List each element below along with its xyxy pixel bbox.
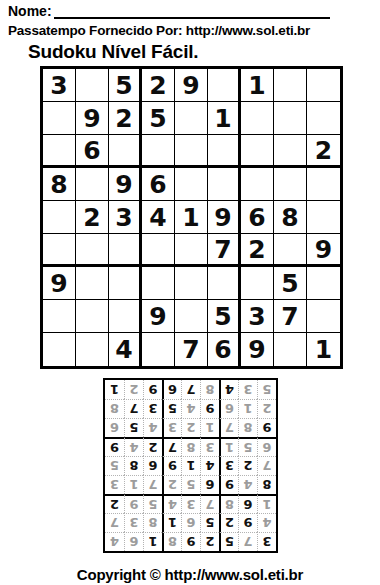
puzzle-cell-r1c3[interactable]: 5 [109, 69, 142, 102]
solution-cell-r8c1: 2 [257, 399, 276, 418]
puzzle-cell-r2c2[interactable]: 9 [76, 102, 109, 135]
solution-cell-r9c2: 3 [238, 380, 257, 399]
solution-cell-r4c5: 5 [181, 475, 200, 494]
puzzle-cell-r8c8[interactable]: 7 [274, 300, 307, 333]
solution-cell-r3c1: 1 [257, 494, 276, 513]
solution-cell-r1c4: 2 [200, 532, 219, 551]
solution-cell-r4c7: 7 [143, 475, 162, 494]
solution-cell-r1c7: 1 [143, 532, 162, 551]
puzzle-cell-r7c3[interactable] [109, 267, 142, 300]
puzzle-cell-r5c7[interactable]: 6 [241, 201, 274, 234]
puzzle-cell-r8c9[interactable] [307, 300, 340, 333]
puzzle-cell-r9c9[interactable]: 1 [307, 333, 340, 366]
solution-cell-r7c7: 4 [143, 418, 162, 437]
puzzle-cell-r6c6[interactable]: 7 [208, 234, 241, 267]
solution-cell-r4c4: 6 [200, 475, 219, 494]
sudoku-puzzle-grid[interactable]: 35291925162896234196872995953747691 [40, 66, 343, 369]
solution-cell-r9c8: 2 [124, 380, 143, 399]
solution-cell-r2c7: 8 [143, 513, 162, 532]
puzzle-cell-r8c1[interactable] [43, 300, 76, 333]
solution-cell-r9c6: 6 [162, 380, 181, 399]
solution-cell-r4c1: 8 [257, 475, 276, 494]
solution-cell-r8c7: 3 [143, 399, 162, 418]
puzzle-cell-r3c4[interactable] [142, 135, 175, 168]
solution-cell-r3c5: 3 [181, 494, 200, 513]
solution-cell-r6c4: 3 [200, 437, 219, 456]
solution-cell-r5c9: 5 [105, 456, 124, 475]
solution-cell-r3c6: 4 [162, 494, 181, 513]
solution-cell-r8c3: 6 [219, 399, 238, 418]
puzzle-cell-r5c3[interactable]: 3 [109, 201, 142, 234]
puzzle-cell-r6c9[interactable]: 9 [307, 234, 340, 267]
puzzle-cell-r5c1[interactable] [43, 201, 76, 234]
solution-cell-r8c5: 4 [181, 399, 200, 418]
puzzle-cell-r9c1[interactable] [43, 333, 76, 366]
solution-cell-r4c2: 4 [238, 475, 257, 494]
puzzle-cell-r3c5[interactable] [175, 135, 208, 168]
puzzle-cell-r2c9[interactable] [307, 102, 340, 135]
puzzle-cell-r2c8[interactable] [274, 102, 307, 135]
solution-cell-r2c2: 9 [238, 513, 257, 532]
solution-cell-r9c5: 7 [181, 380, 200, 399]
puzzle-cell-r9c5[interactable]: 7 [175, 333, 208, 366]
puzzle-cell-r9c8[interactable] [274, 333, 307, 366]
solution-cell-r6c5: 8 [181, 437, 200, 456]
solution-cell-r6c8: 4 [124, 437, 143, 456]
solution-cell-r3c8: 9 [124, 494, 143, 513]
puzzle-cell-r8c7[interactable]: 3 [241, 300, 274, 333]
puzzle-cell-r4c8[interactable] [274, 168, 307, 201]
solution-cell-r2c9: 7 [105, 513, 124, 532]
provided-by-text: Passatempo Fornecido Por: http://www.sol… [8, 23, 380, 38]
name-label: Nome: [8, 3, 52, 19]
puzzle-cell-r8c6[interactable]: 5 [208, 300, 241, 333]
puzzle-cell-r1c7[interactable]: 1 [241, 69, 274, 102]
puzzle-cell-r7c2[interactable] [76, 267, 109, 300]
solution-cell-r8c4: 9 [200, 399, 219, 418]
puzzle-cell-r2c5[interactable] [175, 102, 208, 135]
solution-cell-r6c6: 7 [162, 437, 181, 456]
puzzle-cell-r1c8[interactable] [274, 69, 307, 102]
puzzle-cell-r3c1[interactable] [43, 135, 76, 168]
solution-cell-r2c4: 5 [200, 513, 219, 532]
puzzle-cell-r4c2[interactable] [76, 168, 109, 201]
puzzle-cell-r4c7[interactable] [241, 168, 274, 201]
solution-grid-wrap: 3752981644925618371687345928496527137234… [0, 378, 380, 553]
puzzle-cell-r3c7[interactable] [241, 135, 274, 168]
puzzle-cell-r3c3[interactable] [109, 135, 142, 168]
puzzle-cell-r1c1[interactable]: 3 [43, 69, 76, 102]
solution-cell-r7c6: 3 [162, 418, 181, 437]
puzzle-cell-r5c4[interactable]: 4 [142, 201, 175, 234]
puzzle-cell-r1c9[interactable] [307, 69, 340, 102]
puzzle-cell-r1c4[interactable]: 2 [142, 69, 175, 102]
solution-cell-r8c6: 5 [162, 399, 181, 418]
solution-cell-r5c5: 1 [181, 456, 200, 475]
puzzle-cell-r3c9[interactable]: 2 [307, 135, 340, 168]
solution-cell-r4c3: 9 [219, 475, 238, 494]
solution-cell-r6c3: 1 [219, 437, 238, 456]
puzzle-cell-r7c8[interactable]: 5 [274, 267, 307, 300]
puzzle-cell-r4c4[interactable]: 6 [142, 168, 175, 201]
puzzle-cell-r2c3[interactable]: 2 [109, 102, 142, 135]
puzzle-cell-r4c3[interactable]: 9 [109, 168, 142, 201]
puzzle-cell-r6c8[interactable] [274, 234, 307, 267]
puzzle-cell-r3c6[interactable] [208, 135, 241, 168]
solution-cell-r9c4: 8 [200, 380, 219, 399]
puzzle-cell-r5c6[interactable]: 9 [208, 201, 241, 234]
puzzle-cell-r4c1[interactable]: 8 [43, 168, 76, 201]
puzzle-cell-r9c6[interactable]: 6 [208, 333, 241, 366]
solution-cell-r7c8: 5 [124, 418, 143, 437]
solution-cell-r5c6: 9 [162, 456, 181, 475]
puzzle-cell-r8c3[interactable] [109, 300, 142, 333]
name-underline-field[interactable] [54, 4, 330, 19]
puzzle-cell-r7c4[interactable] [142, 267, 175, 300]
solution-cell-r2c3: 2 [219, 513, 238, 532]
puzzle-cell-r6c5[interactable] [175, 234, 208, 267]
puzzle-cell-r1c2[interactable] [76, 69, 109, 102]
page-title: Sudoku Nível Fácil. [28, 41, 380, 63]
puzzle-cell-r3c8[interactable] [274, 135, 307, 168]
solution-cell-r1c8: 6 [124, 532, 143, 551]
solution-cell-r4c9: 3 [105, 475, 124, 494]
solution-cell-r5c1: 7 [257, 456, 276, 475]
sudoku-solution-grid-rotated: 3752981644925618371687345928496527137234… [103, 378, 278, 553]
puzzle-cell-r6c7[interactable]: 2 [241, 234, 274, 267]
solution-cell-r9c3: 4 [219, 380, 238, 399]
puzzle-cell-r4c5[interactable] [175, 168, 208, 201]
solution-cell-r3c7: 5 [143, 494, 162, 513]
solution-cell-r1c2: 7 [238, 532, 257, 551]
solution-cell-r9c9: 1 [105, 380, 124, 399]
copyright-text: Copyright © http://www.sol.eti.br [0, 566, 380, 583]
puzzle-cell-r4c9[interactable] [307, 168, 340, 201]
solution-cell-r8c8: 7 [124, 399, 143, 418]
solution-cell-r6c1: 6 [257, 437, 276, 456]
puzzle-cell-r9c2[interactable] [76, 333, 109, 366]
puzzle-cell-r6c1[interactable] [43, 234, 76, 267]
solution-cell-r1c3: 5 [219, 532, 238, 551]
solution-cell-r5c4: 4 [200, 456, 219, 475]
solution-cell-r5c3: 3 [219, 456, 238, 475]
puzzle-cell-r5c2[interactable]: 2 [76, 201, 109, 234]
puzzle-cell-r7c5[interactable] [175, 267, 208, 300]
worksheet-page: Nome: Passatempo Fornecido Por: http://w… [0, 0, 380, 585]
solution-cell-r5c2: 2 [238, 456, 257, 475]
puzzle-cell-r9c4[interactable] [142, 333, 175, 366]
puzzle-cell-r2c7[interactable] [241, 102, 274, 135]
puzzle-cell-r3c2[interactable]: 6 [76, 135, 109, 168]
solution-cell-r2c8: 3 [124, 513, 143, 532]
puzzle-cell-r6c2[interactable] [76, 234, 109, 267]
puzzle-cell-r5c8[interactable]: 8 [274, 201, 307, 234]
solution-cell-r5c8: 8 [124, 456, 143, 475]
solution-cell-r2c6: 1 [162, 513, 181, 532]
solution-cell-r1c1: 3 [257, 532, 276, 551]
puzzle-cell-r4c6[interactable] [208, 168, 241, 201]
solution-cell-r7c1: 9 [257, 418, 276, 437]
solution-cell-r6c9: 9 [105, 437, 124, 456]
puzzle-cell-r8c4[interactable]: 9 [142, 300, 175, 333]
solution-cell-r5c7: 6 [143, 456, 162, 475]
solution-cell-r4c6: 2 [162, 475, 181, 494]
puzzle-cell-r7c9[interactable] [307, 267, 340, 300]
puzzle-cell-r2c6[interactable]: 1 [208, 102, 241, 135]
solution-cell-r1c5: 9 [181, 532, 200, 551]
puzzle-cell-r7c7[interactable] [241, 267, 274, 300]
puzzle-cell-r1c6[interactable] [208, 69, 241, 102]
solution-cell-r1c9: 4 [105, 532, 124, 551]
puzzle-cell-r8c2[interactable] [76, 300, 109, 333]
solution-cell-r7c4: 1 [200, 418, 219, 437]
solution-cell-r3c2: 6 [238, 494, 257, 513]
puzzle-cell-r2c1[interactable] [43, 102, 76, 135]
solution-cell-r8c9: 8 [105, 399, 124, 418]
solution-cell-r7c9: 6 [105, 418, 124, 437]
name-row: Nome: [0, 0, 380, 19]
solution-cell-r7c3: 7 [219, 418, 238, 437]
puzzle-cell-r5c9[interactable] [307, 201, 340, 234]
solution-cell-r7c5: 2 [181, 418, 200, 437]
solution-cell-r9c7: 9 [143, 380, 162, 399]
solution-cell-r9c1: 5 [257, 380, 276, 399]
solution-cell-r6c2: 5 [238, 437, 257, 456]
solution-cell-r3c4: 7 [200, 494, 219, 513]
solution-cell-r7c2: 8 [238, 418, 257, 437]
solution-cell-r6c7: 2 [143, 437, 162, 456]
puzzle-cell-r6c4[interactable] [142, 234, 175, 267]
solution-cell-r2c5: 6 [181, 513, 200, 532]
puzzle-cell-r1c5[interactable]: 9 [175, 69, 208, 102]
solution-cell-r4c8: 1 [124, 475, 143, 494]
puzzle-cell-r6c3[interactable] [109, 234, 142, 267]
puzzle-cell-r9c7[interactable]: 9 [241, 333, 274, 366]
solution-cell-r2c1: 4 [257, 513, 276, 532]
puzzle-cell-r9c3[interactable]: 4 [109, 333, 142, 366]
solution-cell-r3c3: 8 [219, 494, 238, 513]
puzzle-cell-r7c1[interactable]: 9 [43, 267, 76, 300]
solution-cell-r1c6: 8 [162, 532, 181, 551]
puzzle-cell-r2c4[interactable]: 5 [142, 102, 175, 135]
puzzle-cell-r5c5[interactable]: 1 [175, 201, 208, 234]
puzzle-cell-r8c5[interactable] [175, 300, 208, 333]
solution-cell-r8c2: 1 [238, 399, 257, 418]
puzzle-cell-r7c6[interactable] [208, 267, 241, 300]
solution-cell-r3c9: 2 [105, 494, 124, 513]
